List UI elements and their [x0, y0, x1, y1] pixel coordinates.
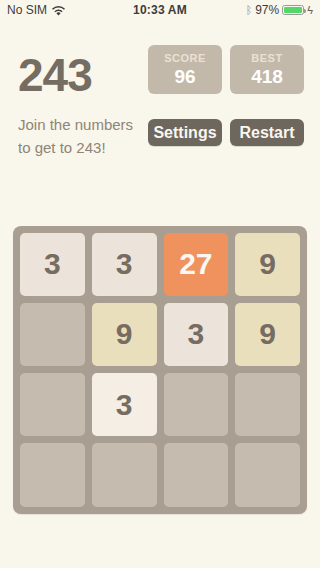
tile-27: 27 — [164, 233, 229, 296]
battery-icon — [282, 5, 304, 15]
score-label: SCORE — [164, 52, 206, 64]
clock: 10:33 AM — [117, 3, 203, 17]
empty-cell — [235, 373, 300, 436]
tile-9: 9 — [92, 303, 157, 366]
empty-cell — [92, 443, 157, 506]
carrier-label: No SIM — [7, 3, 47, 17]
best-box: BEST 418 — [230, 45, 304, 94]
empty-cell — [164, 443, 229, 506]
restart-button[interactable]: Restart — [230, 119, 304, 146]
score-value: 96 — [174, 66, 195, 88]
tile-3: 3 — [164, 303, 229, 366]
board[interactable]: 332799393 — [13, 226, 307, 514]
subtitle-line-1: Join the numbers — [18, 116, 133, 133]
tile-9: 9 — [235, 303, 300, 366]
page-title: 243 — [18, 52, 133, 98]
subtitle-line-2: to get to 243! — [18, 139, 106, 156]
wifi-icon — [51, 5, 66, 16]
empty-cell — [20, 373, 85, 436]
score-box: SCORE 96 — [148, 45, 222, 94]
empty-cell — [20, 303, 85, 366]
settings-button[interactable]: Settings — [148, 119, 222, 146]
tile-3: 3 — [92, 373, 157, 436]
tile-3: 3 — [20, 233, 85, 296]
header: 243 Join the numbers to get to 243! SCOR… — [0, 20, 320, 160]
bluetooth-icon: ᛒ — [246, 5, 253, 16]
empty-cell — [164, 373, 229, 436]
tile-3: 3 — [92, 233, 157, 296]
charging-bolt-icon: ϟ — [307, 5, 313, 16]
status-bar: No SIM 10:33 AM ᛒ 97% ϟ — [0, 0, 320, 20]
battery-percent: 97% — [255, 3, 279, 17]
app-screen: No SIM 10:33 AM ᛒ 97% ϟ 243 Join the num… — [0, 0, 320, 568]
subtitle: Join the numbers to get to 243! — [18, 113, 133, 160]
empty-cell — [235, 443, 300, 506]
best-label: BEST — [251, 52, 282, 64]
empty-cell — [20, 443, 85, 506]
best-value: 418 — [251, 66, 283, 88]
tile-9: 9 — [235, 233, 300, 296]
